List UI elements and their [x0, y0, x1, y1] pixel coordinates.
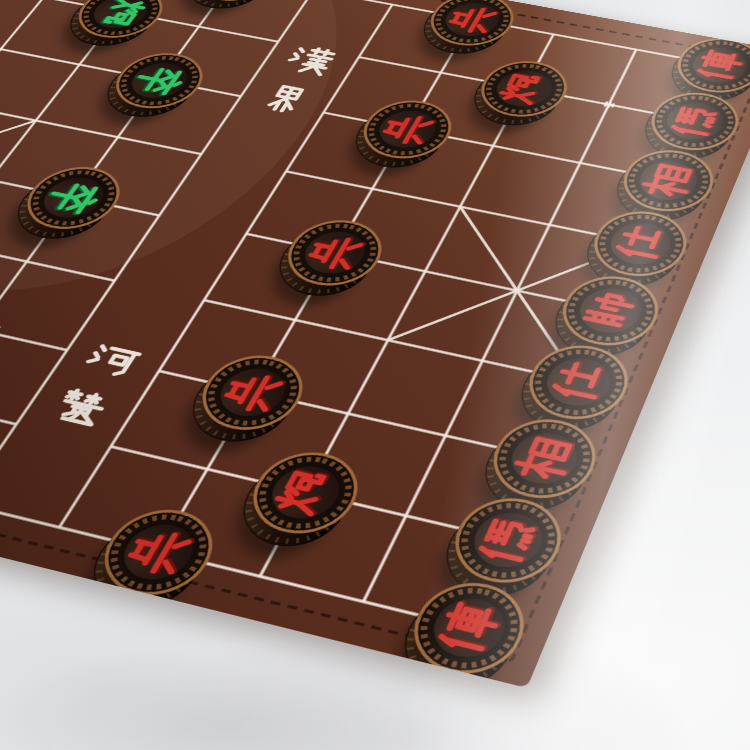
photo-scene [0, 0, 750, 750]
lighting-vignette [0, 0, 750, 688]
board-surface [0, 0, 750, 688]
xiangqi-board [0, 0, 750, 688]
